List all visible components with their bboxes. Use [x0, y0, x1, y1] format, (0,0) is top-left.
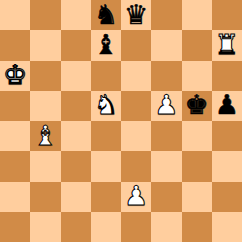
square-c3[interactable]	[61, 151, 91, 181]
square-d7[interactable]: ♝	[91, 30, 121, 60]
square-g1[interactable]	[182, 212, 212, 242]
square-b6[interactable]	[30, 61, 60, 91]
square-a8[interactable]	[0, 0, 30, 30]
square-d5[interactable]: ♞	[91, 91, 121, 121]
square-e4[interactable]	[121, 121, 151, 151]
piece-white-rook[interactable]: ♜	[215, 31, 239, 58]
square-d6[interactable]	[91, 61, 121, 91]
square-h4[interactable]	[212, 121, 242, 151]
square-g8[interactable]	[182, 0, 212, 30]
square-f5[interactable]: ♟	[151, 91, 181, 121]
square-a3[interactable]	[0, 151, 30, 181]
square-h3[interactable]	[212, 151, 242, 181]
square-b5[interactable]	[30, 91, 60, 121]
piece-black-king[interactable]: ♚	[185, 91, 209, 118]
piece-white-king[interactable]: ♚	[3, 61, 27, 88]
piece-white-bishop[interactable]: ♝	[33, 122, 57, 149]
square-a5[interactable]	[0, 91, 30, 121]
square-a4[interactable]	[0, 121, 30, 151]
square-e1[interactable]	[121, 212, 151, 242]
square-g2[interactable]	[182, 182, 212, 212]
square-h8[interactable]	[212, 0, 242, 30]
square-a7[interactable]	[0, 30, 30, 60]
piece-white-pawn[interactable]: ♟	[124, 182, 148, 209]
square-g5[interactable]: ♚	[182, 91, 212, 121]
chess-board: ♞♛♝♜♚♞♟♚♟♝♟	[0, 0, 242, 242]
square-b3[interactable]	[30, 151, 60, 181]
square-b2[interactable]	[30, 182, 60, 212]
square-c6[interactable]	[61, 61, 91, 91]
square-d2[interactable]	[91, 182, 121, 212]
square-c5[interactable]	[61, 91, 91, 121]
square-e2[interactable]: ♟	[121, 182, 151, 212]
square-b7[interactable]	[30, 30, 60, 60]
square-d3[interactable]	[91, 151, 121, 181]
square-f2[interactable]	[151, 182, 181, 212]
square-h1[interactable]	[212, 212, 242, 242]
square-g6[interactable]	[182, 61, 212, 91]
square-d1[interactable]	[91, 212, 121, 242]
square-b4[interactable]: ♝	[30, 121, 60, 151]
square-e5[interactable]	[121, 91, 151, 121]
square-e3[interactable]	[121, 151, 151, 181]
piece-black-bishop[interactable]: ♝	[94, 31, 118, 58]
square-g3[interactable]	[182, 151, 212, 181]
square-e6[interactable]	[121, 61, 151, 91]
square-f6[interactable]	[151, 61, 181, 91]
piece-white-pawn[interactable]: ♟	[154, 91, 178, 118]
square-c1[interactable]	[61, 212, 91, 242]
square-g4[interactable]	[182, 121, 212, 151]
square-c2[interactable]	[61, 182, 91, 212]
square-c4[interactable]	[61, 121, 91, 151]
square-h5[interactable]: ♟	[212, 91, 242, 121]
square-e7[interactable]	[121, 30, 151, 60]
square-a1[interactable]	[0, 212, 30, 242]
square-a6[interactable]: ♚	[0, 61, 30, 91]
piece-black-knight[interactable]: ♞	[94, 1, 118, 28]
square-c7[interactable]	[61, 30, 91, 60]
square-b8[interactable]	[30, 0, 60, 30]
square-g7[interactable]	[182, 30, 212, 60]
square-h6[interactable]	[212, 61, 242, 91]
square-f8[interactable]	[151, 0, 181, 30]
piece-black-queen[interactable]: ♛	[124, 1, 148, 28]
square-c8[interactable]	[61, 0, 91, 30]
square-d4[interactable]	[91, 121, 121, 151]
square-b1[interactable]	[30, 212, 60, 242]
piece-black-pawn[interactable]: ♟	[215, 91, 239, 118]
square-h2[interactable]	[212, 182, 242, 212]
square-e8[interactable]: ♛	[121, 0, 151, 30]
square-f7[interactable]	[151, 30, 181, 60]
square-f1[interactable]	[151, 212, 181, 242]
square-h7[interactable]: ♜	[212, 30, 242, 60]
piece-white-knight[interactable]: ♞	[94, 91, 118, 118]
square-f3[interactable]	[151, 151, 181, 181]
square-d8[interactable]: ♞	[91, 0, 121, 30]
square-f4[interactable]	[151, 121, 181, 151]
square-a2[interactable]	[0, 182, 30, 212]
